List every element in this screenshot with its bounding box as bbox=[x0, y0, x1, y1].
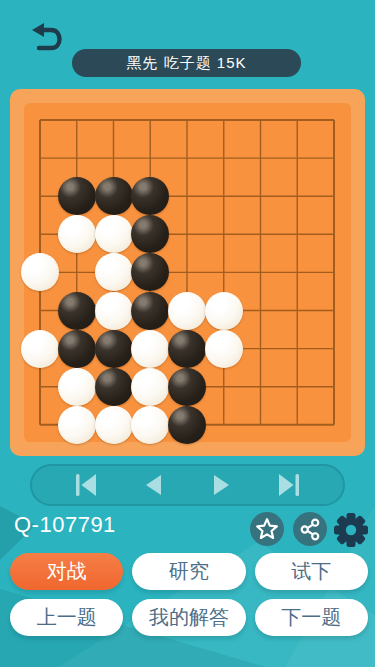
action-row-1: 对战 研究 试下 bbox=[10, 553, 368, 590]
skip-to-start-icon bbox=[75, 473, 99, 497]
share-button[interactable] bbox=[293, 512, 327, 546]
move-navigation-bar bbox=[30, 464, 345, 506]
try-move-button[interactable]: 试下 bbox=[255, 553, 368, 590]
black-stone bbox=[95, 368, 133, 406]
white-stone bbox=[95, 215, 133, 253]
white-stone bbox=[205, 292, 243, 330]
app-screen: 黑先 吃子题 15K bbox=[0, 0, 375, 667]
white-stone bbox=[205, 330, 243, 368]
black-stone bbox=[58, 292, 96, 330]
white-stone bbox=[58, 215, 96, 253]
step-forward-button[interactable] bbox=[209, 473, 233, 497]
puzzle-title-pill: 黑先 吃子题 15K bbox=[72, 49, 301, 77]
puzzle-title: 黑先 吃子题 15K bbox=[126, 54, 246, 73]
black-stone bbox=[95, 330, 133, 368]
white-stone bbox=[168, 292, 206, 330]
black-stone bbox=[168, 368, 206, 406]
previous-problem-label: 上一题 bbox=[37, 604, 97, 631]
stones-layer bbox=[24, 103, 351, 442]
skip-to-end-icon bbox=[276, 473, 300, 497]
next-problem-button[interactable]: 下一题 bbox=[255, 599, 368, 636]
try-move-button-label: 试下 bbox=[291, 558, 331, 585]
black-stone bbox=[58, 177, 96, 215]
battle-button[interactable]: 对战 bbox=[10, 553, 123, 590]
white-stone bbox=[131, 368, 169, 406]
step-back-button[interactable] bbox=[142, 473, 166, 497]
white-stone bbox=[95, 253, 133, 291]
black-stone bbox=[131, 253, 169, 291]
back-icon bbox=[31, 20, 63, 54]
white-stone bbox=[21, 330, 59, 368]
star-icon bbox=[255, 517, 279, 541]
black-stone bbox=[131, 177, 169, 215]
settings-button[interactable] bbox=[331, 510, 371, 550]
step-back-icon bbox=[144, 473, 164, 497]
white-stone bbox=[58, 406, 96, 444]
black-stone bbox=[168, 406, 206, 444]
my-answers-label: 我的解答 bbox=[149, 604, 229, 631]
go-board[interactable] bbox=[24, 103, 351, 442]
step-forward-icon bbox=[211, 473, 231, 497]
black-stone bbox=[95, 177, 133, 215]
white-stone bbox=[131, 406, 169, 444]
white-stone bbox=[58, 368, 96, 406]
research-button[interactable]: 研究 bbox=[132, 553, 245, 590]
white-stone bbox=[95, 292, 133, 330]
skip-to-start-button[interactable] bbox=[75, 473, 99, 497]
black-stone bbox=[131, 292, 169, 330]
back-button[interactable] bbox=[31, 20, 63, 54]
black-stone bbox=[58, 330, 96, 368]
research-button-label: 研究 bbox=[169, 558, 209, 585]
white-stone bbox=[21, 253, 59, 291]
white-stone bbox=[95, 406, 133, 444]
black-stone bbox=[168, 330, 206, 368]
go-board-frame bbox=[10, 89, 365, 456]
black-stone bbox=[131, 215, 169, 253]
battle-button-label: 对战 bbox=[47, 558, 87, 585]
action-row-2: 上一题 我的解答 下一题 bbox=[10, 599, 368, 636]
previous-problem-button[interactable]: 上一题 bbox=[10, 599, 123, 636]
next-problem-label: 下一题 bbox=[281, 604, 341, 631]
gear-icon bbox=[331, 510, 371, 550]
favorite-button[interactable] bbox=[250, 512, 284, 546]
my-answers-button[interactable]: 我的解答 bbox=[132, 599, 245, 636]
problem-id: Q-107791 bbox=[14, 512, 116, 538]
skip-to-end-button[interactable] bbox=[276, 473, 300, 497]
white-stone bbox=[131, 330, 169, 368]
share-icon bbox=[299, 518, 322, 541]
